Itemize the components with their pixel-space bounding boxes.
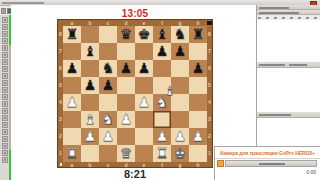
square-d1[interactable]: ♛: [117, 145, 135, 162]
square-d7[interactable]: [117, 43, 135, 60]
white-pawn[interactable]: ♟: [171, 128, 189, 145]
white-pawn[interactable]: ♟: [153, 128, 171, 145]
side-toolbar-button-3[interactable]: [2, 31, 8, 37]
black-pawn[interactable]: ♟: [81, 77, 99, 94]
side-toolbar-button-11[interactable]: [2, 87, 8, 93]
white-rook[interactable]: ♜: [63, 145, 81, 162]
white-pawn[interactable]: ♟: [189, 128, 207, 145]
square-f1[interactable]: ♜: [153, 145, 171, 162]
toolbar-button-1[interactable]: [1, 8, 6, 14]
camera-panel: Камера для трансляции GoPro HERO3+ 0:00: [214, 146, 320, 180]
side-toolbar-button-20[interactable]: [2, 150, 8, 156]
square-d6[interactable]: ♟: [117, 60, 135, 77]
square-e4[interactable]: ♟: [135, 94, 153, 111]
square-g1[interactable]: ♚: [171, 145, 189, 162]
dragged-white-bishop[interactable]: ♝: [163, 84, 177, 99]
square-c7[interactable]: [99, 43, 117, 60]
side-toolbar-button-21[interactable]: [2, 157, 8, 163]
square-a7[interactable]: [63, 43, 81, 60]
black-bishop[interactable]: ♝: [81, 43, 99, 60]
rank-label: 7: [207, 43, 212, 60]
black-to-move-indicator: [207, 21, 212, 26]
black-pawn[interactable]: ♟: [99, 77, 117, 94]
white-side-indicator: [59, 162, 64, 167]
square-b1[interactable]: [81, 145, 99, 162]
square-a2[interactable]: [63, 128, 81, 145]
square-c4[interactable]: [99, 94, 117, 111]
side-toolbar-button-18[interactable]: [2, 136, 8, 142]
white-clock: 8:21: [57, 168, 213, 180]
camera-time: 0:00: [306, 169, 316, 175]
white-pawn[interactable]: ♟: [117, 111, 135, 128]
side-toolbar-button-5[interactable]: [2, 45, 8, 51]
square-e5[interactable]: [135, 77, 153, 94]
square-d2[interactable]: [117, 128, 135, 145]
square-a5[interactable]: [63, 77, 81, 94]
square-h5[interactable]: [189, 77, 207, 94]
square-b5[interactable]: ♟: [81, 77, 99, 94]
white-pawn[interactable]: ♟: [63, 94, 81, 111]
black-pawn[interactable]: ♟: [189, 60, 207, 77]
square-d5[interactable]: [117, 77, 135, 94]
square-b3[interactable]: ♝: [81, 111, 99, 128]
white-knight[interactable]: ♞: [99, 111, 117, 128]
rank-label: 2: [207, 128, 212, 145]
black-pawn[interactable]: ♟: [153, 43, 171, 60]
right-sidebar: [256, 5, 320, 146]
white-pawn[interactable]: ♟: [135, 94, 153, 111]
square-a8[interactable]: ♜: [63, 26, 81, 43]
square-f7[interactable]: ♟: [153, 43, 171, 60]
rank-label: 8: [207, 26, 212, 43]
sidebar-list-1[interactable]: [257, 20, 320, 62]
black-bishop[interactable]: ♝: [153, 26, 171, 43]
side-toolbar-button-12[interactable]: [2, 94, 8, 100]
side-toolbar-button-13[interactable]: [2, 101, 8, 107]
black-rook[interactable]: ♜: [63, 26, 81, 43]
camera-divider: [215, 158, 320, 159]
side-toolbar-button-17[interactable]: [2, 129, 8, 135]
square-a6[interactable]: ♟: [63, 60, 81, 77]
black-rook[interactable]: ♜: [189, 26, 207, 43]
rank-label: 5: [207, 77, 212, 94]
window-title-text: [2, 2, 44, 4]
square-c6[interactable]: ♞: [99, 60, 117, 77]
side-toolbar-button-4[interactable]: [2, 38, 8, 44]
square-a4[interactable]: ♟: [63, 94, 81, 111]
square-e1[interactable]: [135, 145, 153, 162]
square-h4[interactable]: [189, 94, 207, 111]
side-toolbar-button-8[interactable]: [2, 66, 8, 72]
side-toolbar-button-7[interactable]: [2, 59, 8, 65]
square-g6[interactable]: [171, 60, 189, 77]
rank-label: 1: [207, 145, 212, 162]
chess-app-window: 13:05 abcdefgh abcdefgh 87654321 8765432…: [0, 0, 320, 180]
camera-title: Камера для трансляции GoPro HERO3+: [215, 150, 320, 156]
chess-board[interactable]: abcdefgh abcdefgh 87654321 87654321 ♜♛♚♝…: [57, 19, 213, 168]
side-toolbar-button-6[interactable]: [2, 52, 8, 58]
black-king[interactable]: ♚: [135, 26, 153, 43]
black-knight[interactable]: ♞: [99, 60, 117, 77]
square-e6[interactable]: ♟: [135, 60, 153, 77]
square-e2[interactable]: [135, 128, 153, 145]
square-h1[interactable]: [189, 145, 207, 162]
black-pawn[interactable]: ♟: [171, 43, 189, 60]
square-g8[interactable]: ♞: [171, 26, 189, 43]
square-c3[interactable]: ♞: [99, 111, 117, 128]
rank-label: 3: [207, 111, 212, 128]
black-pawn[interactable]: ♟: [117, 60, 135, 77]
square-c5[interactable]: ♟: [99, 77, 117, 94]
square-g2[interactable]: ♟: [171, 128, 189, 145]
black-pawn[interactable]: ♟: [135, 60, 153, 77]
side-toolbar-button-10[interactable]: [2, 80, 8, 86]
square-d8[interactable]: ♛: [117, 26, 135, 43]
square-d3[interactable]: ♟: [117, 111, 135, 128]
sidebar-list-3[interactable]: [257, 118, 320, 146]
white-queen[interactable]: ♛: [117, 145, 135, 162]
sidebar-list-2[interactable]: [257, 68, 320, 112]
square-h6[interactable]: ♟: [189, 60, 207, 77]
rank-labels-right: 87654321: [207, 26, 212, 162]
side-toolbar-button-14[interactable]: [2, 108, 8, 114]
square-a1[interactable]: ♜: [63, 145, 81, 162]
square-b7[interactable]: ♝: [81, 43, 99, 60]
square-g7[interactable]: ♟: [171, 43, 189, 60]
side-toolbar-button-16[interactable]: [2, 122, 8, 128]
square-a3[interactable]: [63, 111, 81, 128]
board-squares: ♜♛♚♝♞♜♝♟♟♟♞♟♟♟♟♟♟♟♞♝♞♟♟♟♟♟♟♜♛♜♚♝: [63, 26, 207, 162]
black-knight[interactable]: ♞: [171, 26, 189, 43]
left-toolbar: [0, 15, 9, 180]
square-f6[interactable]: [153, 60, 171, 77]
side-toolbar-button-2[interactable]: [2, 24, 8, 30]
side-toolbar-button-19[interactable]: [2, 143, 8, 149]
square-c1[interactable]: [99, 145, 117, 162]
square-h8[interactable]: ♜: [189, 26, 207, 43]
side-toolbar-button-15[interactable]: [2, 115, 8, 121]
rank-label: 4: [207, 94, 212, 111]
camera-seek-label: [259, 163, 285, 166]
square-h3[interactable]: [189, 111, 207, 128]
square-h2[interactable]: ♟: [189, 128, 207, 145]
white-bishop[interactable]: ♝: [81, 111, 99, 128]
square-g3[interactable]: [171, 111, 189, 128]
square-e3[interactable]: [135, 111, 153, 128]
camera-seek-bar[interactable]: [225, 160, 317, 167]
square-c8[interactable]: [99, 26, 117, 43]
square-f2[interactable]: ♟: [153, 128, 171, 145]
square-f8[interactable]: ♝: [153, 26, 171, 43]
square-b2[interactable]: ♟: [81, 128, 99, 145]
black-pawn[interactable]: ♟: [63, 60, 81, 77]
square-f3[interactable]: [153, 111, 171, 128]
square-e8[interactable]: ♚: [135, 26, 153, 43]
black-clock: 13:05: [57, 9, 213, 19]
side-toolbar-button-9[interactable]: [2, 73, 8, 79]
black-queen[interactable]: ♛: [117, 26, 135, 43]
square-d4[interactable]: [117, 94, 135, 111]
white-pawn[interactable]: ♟: [99, 128, 117, 145]
rank-label: 6: [207, 60, 212, 77]
white-king[interactable]: ♚: [171, 145, 189, 162]
white-pawn[interactable]: ♟: [81, 128, 99, 145]
square-b4[interactable]: [81, 94, 99, 111]
camera-play-button[interactable]: [217, 160, 224, 167]
white-rook[interactable]: ♜: [153, 145, 171, 162]
square-e7[interactable]: [135, 43, 153, 60]
square-b8[interactable]: [81, 26, 99, 43]
side-toolbar-button-1[interactable]: [2, 17, 8, 23]
square-b6[interactable]: [81, 60, 99, 77]
square-h7[interactable]: [189, 43, 207, 60]
square-c2[interactable]: ♟: [99, 128, 117, 145]
